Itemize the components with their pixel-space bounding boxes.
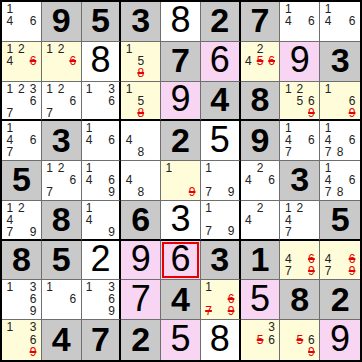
pencil-mark: 4: [243, 214, 255, 226]
given-digit: 5: [52, 242, 71, 276]
solved-digit: 9: [131, 241, 151, 277]
cell-r5c1[interactable]: 5: [2, 161, 42, 201]
cell-r1c7[interactable]: 7: [241, 2, 281, 42]
cell-r9c7[interactable]: 356: [241, 320, 281, 360]
cell-r3c4[interactable]: 158: [121, 82, 161, 122]
cell-r5c2[interactable]: 1267: [42, 161, 82, 201]
eliminated-pencil-mark: 9: [306, 346, 318, 358]
pencil-marks: 146: [280, 2, 319, 41]
pencil-mark: 1: [4, 83, 16, 95]
cell-r7c7[interactable]: 1: [241, 241, 281, 281]
pencil-mark: 4: [84, 134, 95, 146]
pencil-marks: 1267: [42, 82, 81, 120]
pencil-marks: 48: [121, 161, 160, 200]
pencil-mark: 1: [282, 83, 294, 95]
pencil-mark: 6: [27, 134, 39, 146]
pencil-mark: 6: [346, 15, 358, 27]
cell-r3c5[interactable]: 9: [161, 82, 201, 122]
pencil-marks: 48: [121, 121, 160, 160]
pencil-mark: 4: [243, 174, 255, 186]
pencil-mark: 2: [16, 202, 28, 214]
pencil-marks: 12479: [2, 201, 41, 239]
pencil-mark: 4: [4, 15, 16, 27]
pencil-marks: 1246: [2, 42, 41, 81]
pencil-marks: 158: [121, 42, 160, 81]
pencil-mark: 1: [4, 43, 16, 55]
given-digit: 3: [210, 242, 229, 276]
sudoku-board: 1469538271461461246126815876245693123671…: [0, 0, 362, 362]
pencil-mark: 9: [225, 186, 236, 198]
pencil-mark: 2: [254, 202, 266, 214]
pencil-mark: 6: [306, 15, 318, 27]
eliminated-pencil-mark: 9: [306, 107, 318, 119]
pencil-mark: 6: [346, 95, 358, 107]
given-digit: 8: [52, 202, 71, 236]
given-digit: 4: [210, 82, 229, 116]
pencil-mark: 6: [27, 333, 39, 345]
given-digit: 3: [290, 162, 309, 196]
pencil-mark: 7: [282, 226, 294, 238]
solved-digit: 3: [170, 201, 190, 237]
cell-r7c2[interactable]: 5: [42, 241, 82, 281]
pencil-mark: 6: [306, 333, 318, 345]
given-digit: 5: [331, 202, 350, 236]
pencil-mark: 6: [27, 95, 39, 107]
given-digit: 5: [12, 162, 31, 196]
cell-r4c3[interactable]: 146: [82, 121, 122, 161]
pencil-mark: 9: [106, 186, 117, 198]
pencil-marks: 146: [2, 2, 41, 41]
pencil-mark: 1: [4, 281, 16, 293]
eliminated-pencil-mark: 8: [135, 67, 147, 79]
pencil-marks: 1369: [82, 280, 120, 319]
pencil-marks: 2456: [241, 42, 280, 81]
pencil-marks: 246: [241, 161, 280, 200]
solved-digit: 9: [170, 82, 190, 118]
pencil-mark: 6: [67, 174, 79, 186]
solved-digit: 6: [210, 42, 230, 78]
cell-r9c5[interactable]: 5: [161, 320, 201, 360]
cell-r2c1[interactable]: 1246: [2, 42, 42, 82]
cell-r3c6[interactable]: 4: [201, 82, 241, 122]
given-digit: 9: [251, 123, 270, 157]
pencil-mark: 5: [135, 55, 147, 67]
pencil-mark: 7: [282, 146, 294, 158]
cell-r1c8[interactable]: 146: [280, 2, 320, 42]
cell-r4c9[interactable]: 14678: [320, 121, 360, 161]
cell-r6c4[interactable]: 6: [121, 201, 161, 241]
cell-r2c2[interactable]: 126: [42, 42, 82, 82]
cell-r9c4[interactable]: 2: [121, 320, 161, 360]
pencil-marks: 14678: [320, 161, 360, 200]
pencil-marks: 1369: [2, 280, 41, 319]
given-digit: 7: [171, 43, 190, 77]
cell-r9c2[interactable]: 4: [42, 320, 82, 360]
pencil-mark: 4: [84, 174, 95, 186]
eliminated-pencil-mark: 5: [254, 55, 266, 67]
pencil-mark: 9: [27, 226, 39, 238]
pencil-mark: 4: [4, 55, 16, 67]
cell-r8c2[interactable]: 16: [42, 280, 82, 320]
pencil-mark: 2: [294, 202, 306, 214]
pencil-marks: 1467: [2, 121, 41, 160]
pencil-mark: 5: [294, 95, 306, 107]
cell-r4c5[interactable]: 2: [161, 121, 201, 161]
cell-r1c2[interactable]: 9: [42, 2, 82, 42]
pencil-marks: 24: [241, 201, 280, 239]
cell-r3c2[interactable]: 1267: [42, 82, 82, 122]
cell-r6c7[interactable]: 24: [241, 201, 281, 241]
cell-r4c6[interactable]: 5: [201, 121, 241, 161]
solved-digit: 9: [290, 42, 310, 78]
pencil-mark: 6: [106, 95, 117, 107]
pencil-mark: 4: [123, 134, 135, 146]
pencil-mark: 6: [346, 134, 358, 146]
given-digit: 8: [12, 242, 31, 276]
cell-r7c4[interactable]: 9: [121, 241, 161, 281]
pencil-marks: 12569: [280, 82, 319, 120]
cell-r1c6[interactable]: 2: [201, 2, 241, 42]
cell-r4c1[interactable]: 1467: [2, 121, 42, 161]
cell-r2c5[interactable]: 7: [161, 42, 201, 82]
cell-r5c4[interactable]: 48: [121, 161, 161, 201]
pencil-mark: 2: [55, 83, 67, 95]
cell-r9c8[interactable]: 569: [280, 320, 320, 360]
solved-digit: 5: [170, 321, 190, 357]
pencil-marks: 169: [320, 82, 360, 120]
given-digit: 6: [131, 202, 150, 236]
pencil-marks: 4679: [320, 241, 360, 280]
cell-r6c1[interactable]: 12479: [2, 201, 42, 241]
given-digit: 1: [251, 242, 270, 276]
pencil-mark: 6: [306, 134, 318, 146]
pencil-marks: 16: [42, 280, 81, 319]
given-digit: 7: [91, 322, 110, 356]
pencil-mark: 7: [44, 107, 56, 119]
pencil-marks: 1467: [280, 121, 319, 160]
pencil-mark: 8: [334, 146, 346, 158]
cell-r5c9[interactable]: 14678: [320, 161, 360, 201]
pencil-mark: 7: [282, 265, 294, 277]
pencil-mark: 6: [106, 134, 117, 146]
pencil-marks: 179: [201, 201, 239, 239]
pencil-mark: 7: [4, 107, 16, 119]
pencil-mark: 7: [4, 226, 16, 238]
cell-r2c7[interactable]: 2456: [241, 42, 281, 82]
pencil-mark: 2: [16, 43, 28, 55]
pencil-mark: 1: [123, 43, 135, 55]
pencil-mark: 8: [135, 146, 147, 158]
pencil-marks: 158: [121, 82, 160, 120]
cell-r9c3[interactable]: 7: [82, 320, 122, 360]
eliminated-pencil-mark: 6: [27, 55, 39, 67]
given-digit: 2: [210, 3, 229, 37]
pencil-mark: 2: [55, 162, 67, 174]
given-digit: 2: [131, 322, 150, 356]
cell-r5c3[interactable]: 1469: [82, 161, 122, 201]
pencil-mark: 6: [266, 174, 278, 186]
pencil-mark: 7: [203, 225, 214, 237]
solved-digit: 2: [90, 241, 110, 277]
pencil-mark: 1: [203, 162, 214, 174]
solved-digit: 7: [131, 281, 151, 317]
cell-r3c3[interactable]: 136: [82, 82, 122, 122]
pencil-marks: 1267: [42, 161, 81, 200]
pencil-mark: 4: [84, 214, 95, 226]
pencil-mark: 2: [16, 83, 28, 95]
pencil-mark: 6: [67, 293, 79, 305]
eliminated-pencil-mark: 5: [294, 333, 306, 345]
cell-r7c5[interactable]: 6: [161, 241, 201, 281]
pencil-mark: 4: [243, 55, 255, 67]
cell-r3c9[interactable]: 169: [320, 82, 360, 122]
pencil-marks: 146: [320, 2, 360, 41]
cell-r1c4[interactable]: 3: [121, 2, 161, 42]
pencil-marks: 1369: [2, 320, 41, 360]
cell-r4c2[interactable]: 3: [42, 121, 82, 161]
cell-r2c3[interactable]: 8: [82, 42, 122, 82]
cell-r4c8[interactable]: 1467: [280, 121, 320, 161]
pencil-mark: 4: [322, 15, 334, 27]
cell-r6c8[interactable]: 1247: [280, 201, 320, 241]
pencil-marks: 126: [42, 42, 81, 81]
pencil-mark: 6: [346, 174, 358, 186]
pencil-mark: 1: [44, 83, 56, 95]
pencil-mark: 1: [44, 43, 56, 55]
eliminated-pencil-mark: 9: [346, 265, 358, 277]
eliminated-pencil-mark: 9: [346, 107, 358, 119]
cell-r8c4[interactable]: 7: [121, 280, 161, 320]
cell-r1c5[interactable]: 8: [161, 2, 201, 42]
pencil-mark: 8: [135, 186, 147, 198]
pencil-marks: 4679: [280, 241, 319, 280]
cell-r2c9[interactable]: 3: [320, 42, 360, 82]
pencil-mark: 9: [225, 225, 236, 237]
cell-r9c6[interactable]: 8: [201, 320, 241, 360]
cell-r8c9[interactable]: 2: [320, 280, 360, 320]
cell-r8c7[interactable]: 5: [241, 280, 281, 320]
pencil-mark: 9: [27, 305, 39, 317]
eliminated-pencil-mark: 7: [203, 305, 214, 317]
pencil-marks: 356: [241, 320, 280, 360]
cell-r8c6[interactable]: 1679: [201, 280, 241, 320]
cell-r5c7[interactable]: 246: [241, 161, 281, 201]
pencil-mark: 1: [322, 83, 334, 95]
pencil-mark: 9: [106, 226, 117, 238]
pencil-marks: 12367: [2, 82, 41, 120]
pencil-mark: 7: [44, 186, 56, 198]
solved-digit: 5: [210, 122, 230, 158]
given-digit: 9: [52, 3, 71, 37]
given-digit: 8: [290, 282, 309, 316]
cell-r2c6[interactable]: 6: [201, 42, 241, 82]
cell-r5c8[interactable]: 3: [280, 161, 320, 201]
given-digit: 3: [131, 3, 150, 37]
pencil-marks: 14678: [320, 121, 360, 160]
given-digit: 5: [91, 3, 110, 37]
cell-r7c3[interactable]: 2: [82, 241, 122, 281]
solved-digit: 8: [90, 42, 110, 78]
given-digit: 2: [171, 123, 190, 157]
given-digit: 3: [331, 43, 350, 77]
pencil-marks: 136: [82, 82, 120, 120]
cell-r3c8[interactable]: 12569: [280, 82, 320, 122]
pencil-mark: 1: [163, 162, 175, 174]
cell-r8c8[interactable]: 8: [280, 280, 320, 320]
pencil-mark: 2: [294, 83, 306, 95]
cell-r8c5[interactable]: 4: [161, 280, 201, 320]
solved-digit: 8: [170, 2, 190, 38]
cell-r7c6[interactable]: 3: [201, 241, 241, 281]
cell-r6c9[interactable]: 5: [320, 201, 360, 241]
cell-r7c9[interactable]: 4679: [320, 241, 360, 281]
cell-r4c4[interactable]: 48: [121, 121, 161, 161]
pencil-marks: 179: [201, 161, 239, 200]
cell-r1c1[interactable]: 146: [2, 2, 42, 42]
pencil-mark: 1: [84, 83, 95, 95]
pencil-marks: 1469: [82, 161, 120, 200]
eliminated-pencil-mark: 5: [254, 333, 266, 345]
pencil-mark: 6: [306, 95, 318, 107]
pencil-marks: 149: [82, 201, 120, 239]
cell-r4c7[interactable]: 9: [241, 121, 281, 161]
eliminated-pencil-mark: 9: [27, 346, 39, 358]
pencil-mark: 8: [334, 186, 346, 198]
pencil-mark: 1: [44, 162, 56, 174]
cell-r5c5[interactable]: 19: [161, 161, 201, 201]
given-digit: 3: [52, 123, 71, 157]
cell-r1c9[interactable]: 146: [320, 2, 360, 42]
pencil-mark: 3: [266, 321, 278, 333]
eliminated-pencil-mark: 9: [225, 305, 236, 317]
cell-r8c3[interactable]: 1369: [82, 280, 122, 320]
cell-r6c5[interactable]: 3: [161, 201, 201, 241]
pencil-mark: 7: [322, 265, 334, 277]
pencil-marks: 19: [161, 161, 200, 200]
pencil-mark: 1: [4, 321, 16, 333]
pencil-mark: 2: [254, 43, 266, 55]
pencil-mark: 6: [27, 15, 39, 27]
solved-digit: 6: [170, 241, 190, 277]
pencil-mark: 4: [123, 174, 135, 186]
cell-r2c4[interactable]: 158: [121, 42, 161, 82]
pencil-mark: 3: [106, 83, 117, 95]
pencil-mark: 1: [84, 281, 95, 293]
given-digit: 8: [251, 82, 270, 116]
pencil-mark: 3: [27, 321, 39, 333]
pencil-marks: 146: [82, 121, 120, 160]
pencil-mark: 5: [135, 95, 147, 107]
cell-r3c1[interactable]: 12367: [2, 82, 42, 122]
given-digit: 2: [331, 282, 350, 316]
cell-r9c1[interactable]: 1369: [2, 320, 42, 360]
pencil-mark: 7: [322, 186, 334, 198]
pencil-mark: 3: [27, 83, 39, 95]
pencil-mark: 2: [55, 43, 67, 55]
cell-r6c6[interactable]: 179: [201, 201, 241, 241]
pencil-mark: 1: [123, 83, 135, 95]
cell-r9c9[interactable]: 9: [320, 320, 360, 360]
pencil-mark: 6: [266, 333, 278, 345]
given-digit: 4: [171, 282, 190, 316]
cell-r3c7[interactable]: 8: [241, 82, 281, 122]
given-digit: 4: [52, 322, 71, 356]
pencil-mark: 1: [203, 202, 214, 214]
pencil-mark: 6: [67, 95, 79, 107]
pencil-mark: 1: [203, 281, 214, 293]
cell-r7c8[interactable]: 4679: [280, 241, 320, 281]
eliminated-pencil-mark: 9: [306, 265, 318, 277]
cell-r1c3[interactable]: 5: [82, 2, 122, 42]
cell-r2c8[interactable]: 9: [280, 42, 320, 82]
cell-r7c1[interactable]: 8: [2, 241, 42, 281]
cell-r6c3[interactable]: 149: [82, 201, 122, 241]
cell-r6c2[interactable]: 8: [42, 201, 82, 241]
solved-digit: 8: [210, 321, 230, 357]
cell-r8c1[interactable]: 1369: [2, 280, 42, 320]
pencil-mark: 9: [106, 305, 117, 317]
eliminated-pencil-mark: 8: [135, 107, 147, 119]
eliminated-pencil-mark: 6: [266, 55, 278, 67]
eliminated-pencil-mark: 6: [67, 55, 79, 67]
pencil-mark: 2: [254, 162, 266, 174]
pencil-mark: 4: [282, 15, 294, 27]
cell-r5c6[interactable]: 179: [201, 161, 241, 201]
pencil-mark: 7: [322, 146, 334, 158]
pencil-mark: 7: [4, 146, 16, 158]
pencil-marks: 1679: [201, 280, 239, 319]
pencil-marks: 1247: [280, 201, 319, 239]
solved-digit: 5: [250, 281, 270, 317]
given-digit: 7: [251, 3, 270, 37]
pencil-mark: 7: [203, 186, 214, 198]
pencil-marks: 569: [280, 320, 319, 360]
solved-digit: 9: [330, 321, 350, 357]
pencil-mark: 1: [44, 281, 56, 293]
eliminated-pencil-mark: 9: [186, 186, 198, 198]
